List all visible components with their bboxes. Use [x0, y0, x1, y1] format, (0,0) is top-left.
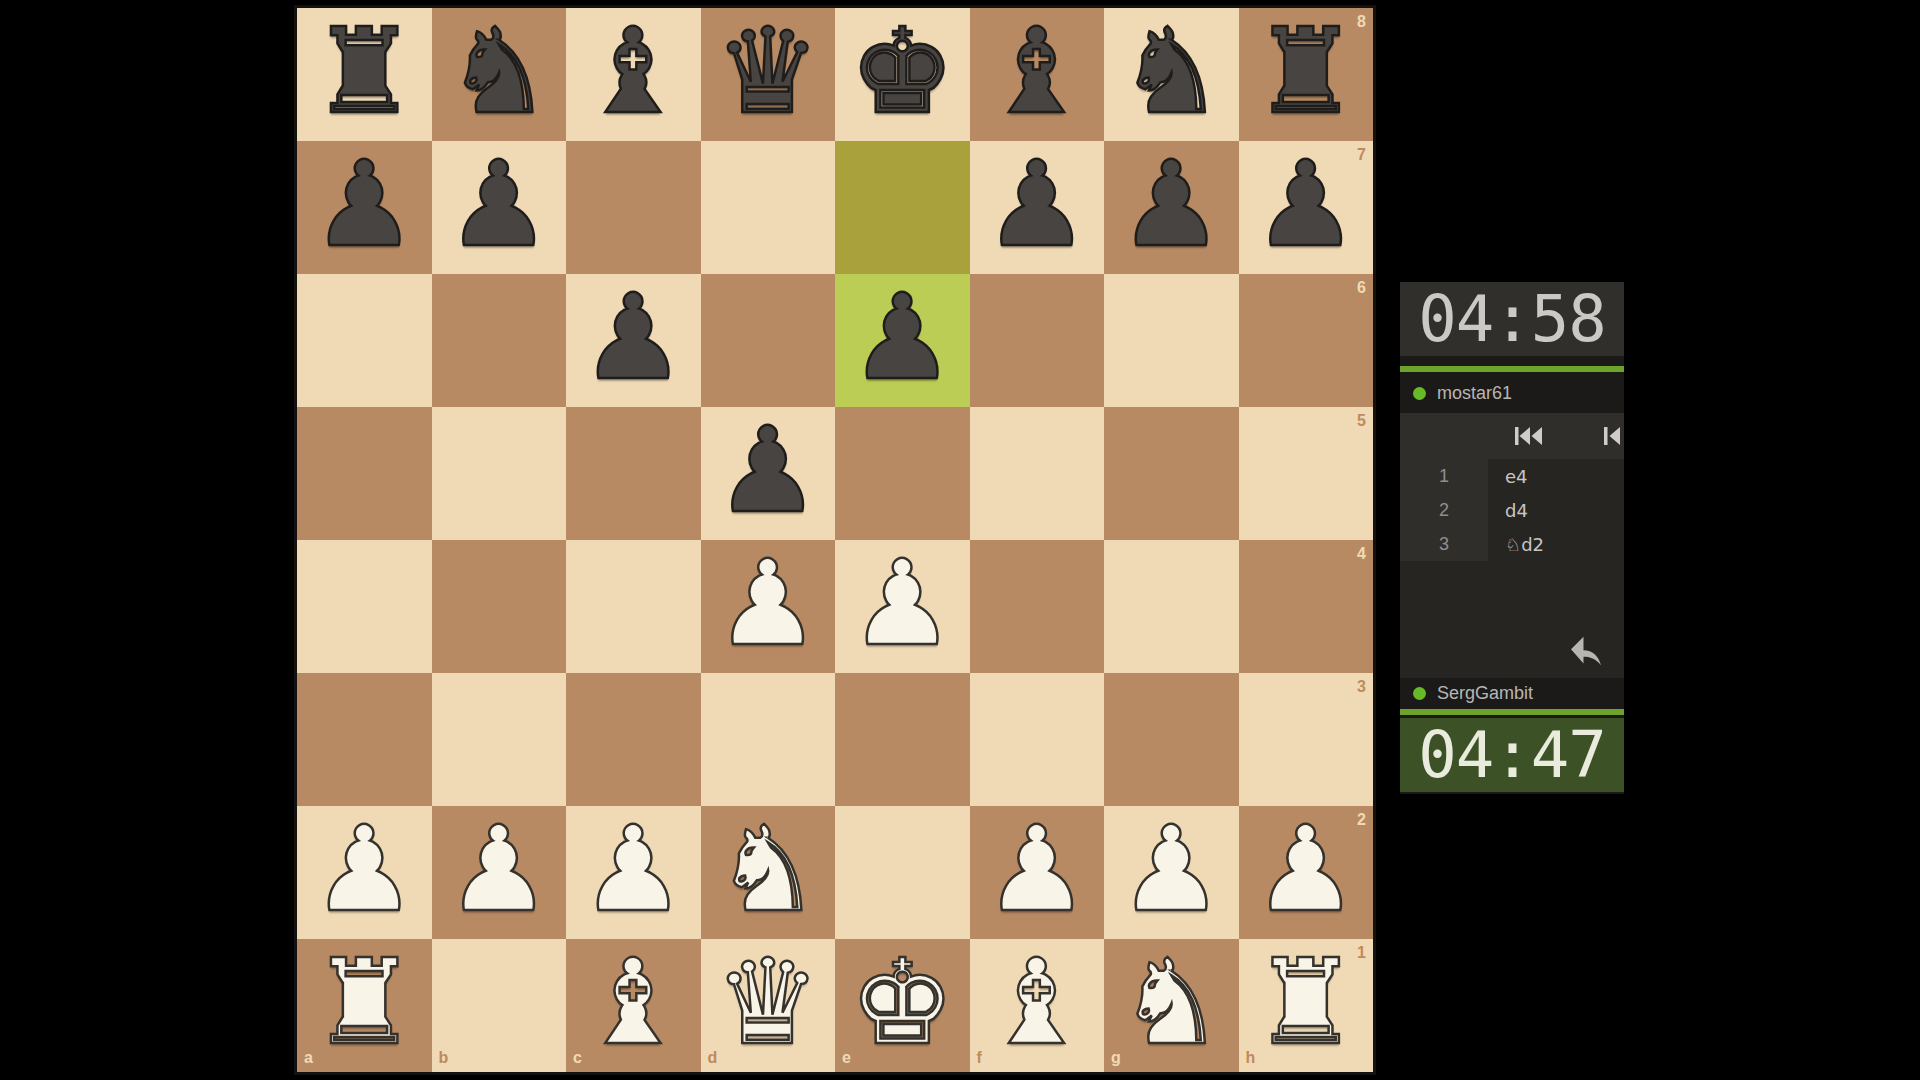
square-c8[interactable]: ♝	[566, 8, 701, 141]
square-d8[interactable]: ♛	[701, 8, 836, 141]
move-list-panel: 1e42d43♘d2	[1400, 413, 1624, 678]
move-san[interactable]: d4	[1488, 493, 1624, 527]
black-pawn[interactable]: ♟	[1118, 145, 1224, 263]
square-d3[interactable]	[701, 673, 836, 806]
black-queen[interactable]: ♛	[715, 12, 821, 130]
square-g7[interactable]: ♟	[1104, 141, 1239, 274]
coord-rank-7: 7	[1357, 147, 1366, 163]
square-g4[interactable]	[1104, 540, 1239, 673]
top-clock-accent-bar	[1400, 366, 1624, 372]
coord-rank-3: 3	[1357, 679, 1366, 695]
white-bishop[interactable]: ♝	[580, 943, 686, 1061]
black-pawn[interactable]: ♟	[580, 278, 686, 396]
white-pawn[interactable]: ♟	[1253, 810, 1359, 928]
white-pawn[interactable]: ♟	[849, 544, 955, 662]
square-a7[interactable]: ♟	[297, 141, 432, 274]
square-h7[interactable]: ♟7	[1239, 141, 1374, 274]
coord-rank-4: 4	[1357, 546, 1366, 562]
square-e4[interactable]: ♟	[835, 540, 970, 673]
black-rook[interactable]: ♜	[311, 12, 417, 130]
square-h2[interactable]: ♟2	[1239, 806, 1374, 939]
bottom-player-row[interactable]: SergGambit	[1400, 678, 1624, 708]
takeback-arrow-icon[interactable]	[1566, 634, 1606, 668]
square-e3[interactable]	[835, 673, 970, 806]
online-dot-icon	[1413, 687, 1426, 700]
bottom-player-name: SergGambit	[1437, 683, 1533, 704]
square-b5[interactable]	[432, 407, 567, 540]
white-knight[interactable]: ♞	[715, 810, 821, 928]
square-e1[interactable]: ♚e	[835, 939, 970, 1072]
coord-rank-2: 2	[1357, 812, 1366, 828]
game-sidebar: 04:58 mostar61 1e42d43♘d2	[1400, 282, 1624, 794]
move-panel-filler	[1400, 561, 1624, 678]
chess-board: ♜♞♝♛♚♝♞♜8♟♟♟♟♟7♟♟6♟5♟♟43♟♟♟♞♟♟♟2♜ab♝c♛d♚…	[297, 8, 1373, 1072]
step-back-icon[interactable]	[1603, 426, 1623, 446]
black-rook[interactable]: ♜	[1253, 12, 1359, 130]
square-a1[interactable]: ♜a	[297, 939, 432, 1072]
coord-rank-5: 5	[1357, 413, 1366, 429]
square-f3[interactable]	[970, 673, 1105, 806]
white-pawn[interactable]: ♟	[446, 810, 552, 928]
square-a4[interactable]	[297, 540, 432, 673]
top-player-row[interactable]: mostar61	[1400, 378, 1624, 408]
square-h5[interactable]: 5	[1239, 407, 1374, 540]
white-rook[interactable]: ♜	[311, 943, 417, 1061]
square-e6[interactable]: ♟	[835, 274, 970, 407]
square-d5[interactable]: ♟	[701, 407, 836, 540]
square-g6[interactable]	[1104, 274, 1239, 407]
square-g3[interactable]	[1104, 673, 1239, 806]
move-row-3: 3♘d2	[1400, 527, 1624, 561]
coord-file-f: f	[977, 1050, 982, 1066]
black-pawn[interactable]: ♟	[984, 145, 1090, 263]
square-f2[interactable]: ♟	[970, 806, 1105, 939]
white-pawn[interactable]: ♟	[311, 810, 417, 928]
square-c2[interactable]: ♟	[566, 806, 701, 939]
square-a8[interactable]: ♜	[297, 8, 432, 141]
online-dot-icon	[1413, 387, 1426, 400]
coord-file-h: h	[1246, 1050, 1256, 1066]
square-c7[interactable]	[566, 141, 701, 274]
square-g1[interactable]: ♞g	[1104, 939, 1239, 1072]
square-e2[interactable]	[835, 806, 970, 939]
go-to-start-icon[interactable]	[1514, 426, 1544, 446]
bottom-clock-time: 04:47	[1418, 718, 1606, 792]
square-d2[interactable]: ♞	[701, 806, 836, 939]
move-list: 1e42d43♘d2	[1400, 459, 1624, 561]
white-pawn[interactable]: ♟	[984, 810, 1090, 928]
square-a2[interactable]: ♟	[297, 806, 432, 939]
square-a5[interactable]	[297, 407, 432, 540]
square-g2[interactable]: ♟	[1104, 806, 1239, 939]
coord-rank-1: 1	[1357, 945, 1366, 961]
move-number: 2	[1400, 493, 1488, 527]
square-b3[interactable]	[432, 673, 567, 806]
square-h1[interactable]: ♜1h	[1239, 939, 1374, 1072]
square-d1[interactable]: ♛d	[701, 939, 836, 1072]
bottom-clock-accent-bar	[1400, 709, 1624, 715]
white-queen[interactable]: ♛	[715, 943, 821, 1061]
square-d4[interactable]: ♟	[701, 540, 836, 673]
black-bishop[interactable]: ♝	[984, 12, 1090, 130]
square-c4[interactable]	[566, 540, 701, 673]
black-pawn[interactable]: ♟	[446, 145, 552, 263]
top-player-clock: 04:58	[1400, 282, 1624, 356]
coord-rank-6: 6	[1357, 280, 1366, 296]
square-f6[interactable]	[970, 274, 1105, 407]
square-e8[interactable]: ♚	[835, 8, 970, 141]
square-e5[interactable]	[835, 407, 970, 540]
square-f8[interactable]: ♝	[970, 8, 1105, 141]
white-bishop[interactable]: ♝	[984, 943, 1090, 1061]
square-c3[interactable]	[566, 673, 701, 806]
coord-file-g: g	[1111, 1050, 1121, 1066]
white-rook[interactable]: ♜	[1253, 943, 1359, 1061]
square-h4[interactable]: 4	[1239, 540, 1374, 673]
top-player-name: mostar61	[1437, 383, 1512, 404]
square-b8[interactable]: ♞	[432, 8, 567, 141]
black-knight[interactable]: ♞	[446, 12, 552, 130]
move-row-2: 2d4	[1400, 493, 1624, 527]
bottom-player-clock-active: 04:47	[1400, 718, 1624, 792]
square-f4[interactable]	[970, 540, 1105, 673]
square-g5[interactable]	[1104, 407, 1239, 540]
move-row-1: 1e4	[1400, 459, 1624, 493]
square-b7[interactable]: ♟	[432, 141, 567, 274]
square-h8[interactable]: ♜8	[1239, 8, 1374, 141]
white-pawn[interactable]: ♟	[1118, 810, 1224, 928]
square-a6[interactable]	[297, 274, 432, 407]
page-background: ♜♞♝♛♚♝♞♜8♟♟♟♟♟7♟♟6♟5♟♟43♟♟♟♞♟♟♟2♜ab♝c♛d♚…	[0, 0, 1920, 1080]
square-c5[interactable]	[566, 407, 701, 540]
square-g8[interactable]: ♞	[1104, 8, 1239, 141]
black-pawn[interactable]: ♟	[1253, 145, 1359, 263]
white-pawn[interactable]: ♟	[715, 544, 821, 662]
coord-file-b: b	[439, 1050, 449, 1066]
black-pawn[interactable]: ♟	[849, 278, 955, 396]
square-h3[interactable]: 3	[1239, 673, 1374, 806]
square-b4[interactable]	[432, 540, 567, 673]
square-e7[interactable]	[835, 141, 970, 274]
black-pawn[interactable]: ♟	[715, 411, 821, 529]
coord-file-a: a	[304, 1050, 313, 1066]
black-king[interactable]: ♚	[849, 12, 955, 130]
square-b2[interactable]: ♟	[432, 806, 567, 939]
coord-file-e: e	[842, 1050, 851, 1066]
square-b6[interactable]	[432, 274, 567, 407]
move-san[interactable]: e4	[1488, 459, 1624, 493]
square-f1[interactable]: ♝f	[970, 939, 1105, 1072]
move-number: 3	[1400, 527, 1488, 561]
coord-rank-8: 8	[1357, 14, 1366, 30]
square-c6[interactable]: ♟	[566, 274, 701, 407]
square-f7[interactable]: ♟	[970, 141, 1105, 274]
black-knight[interactable]: ♞	[1118, 12, 1224, 130]
square-d7[interactable]	[701, 141, 836, 274]
move-number: 1	[1400, 459, 1488, 493]
square-c1[interactable]: ♝c	[566, 939, 701, 1072]
white-pawn[interactable]: ♟	[580, 810, 686, 928]
white-knight[interactable]: ♞	[1118, 943, 1224, 1061]
black-bishop[interactable]: ♝	[580, 12, 686, 130]
coord-file-c: c	[573, 1050, 582, 1066]
top-clock-time: 04:58	[1418, 282, 1606, 356]
move-nav-bar	[1400, 413, 1624, 459]
black-pawn[interactable]: ♟	[311, 145, 417, 263]
square-b1[interactable]: b	[432, 939, 567, 1072]
coord-file-d: d	[708, 1050, 718, 1066]
move-san[interactable]: ♘d2	[1488, 527, 1624, 561]
square-f5[interactable]	[970, 407, 1105, 540]
square-a3[interactable]	[297, 673, 432, 806]
square-d6[interactable]	[701, 274, 836, 407]
square-h6[interactable]: 6	[1239, 274, 1374, 407]
white-king[interactable]: ♚	[849, 943, 955, 1061]
